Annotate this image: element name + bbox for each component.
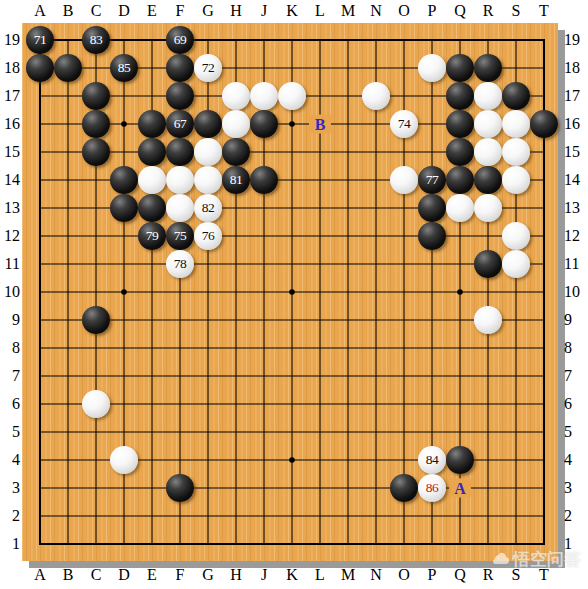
stone-black-P12 <box>418 222 446 250</box>
stone-black-J16 <box>250 110 278 138</box>
stone-black-O3 <box>390 474 418 502</box>
coord-label-top-O: O <box>390 1 418 21</box>
move-number: 81 <box>230 173 243 187</box>
star-point <box>289 289 295 295</box>
stone-black-Q15 <box>446 138 474 166</box>
stone-white-R16 <box>474 110 502 138</box>
coord-label-left-13: 13 <box>0 198 20 218</box>
coord-label-bottom-H: H <box>222 565 250 585</box>
stone-black-H14: 81 <box>222 166 250 194</box>
coord-label-right-1: 1 <box>564 534 588 554</box>
coord-label-top-P: P <box>418 1 446 21</box>
coord-label-right-13: 13 <box>564 198 588 218</box>
stone-white-G14 <box>194 166 222 194</box>
stone-white-P4: 84 <box>418 446 446 474</box>
stone-white-R15 <box>474 138 502 166</box>
stone-black-J14 <box>250 166 278 194</box>
coord-label-left-19: 19 <box>0 30 20 50</box>
stone-black-P14: 77 <box>418 166 446 194</box>
coord-label-bottom-T: T <box>530 565 558 585</box>
stone-black-G16 <box>194 110 222 138</box>
stone-black-F17 <box>166 82 194 110</box>
stone-white-G15 <box>194 138 222 166</box>
stone-black-F16: 67 <box>166 110 194 138</box>
coord-label-bottom-K: K <box>278 565 306 585</box>
stone-black-E13 <box>138 194 166 222</box>
coord-label-top-F: F <box>166 1 194 21</box>
point-label-B: B <box>309 115 331 134</box>
stone-black-C15 <box>82 138 110 166</box>
stone-white-C6 <box>82 390 110 418</box>
stone-white-D4 <box>110 446 138 474</box>
stone-black-D18: 85 <box>110 54 138 82</box>
stone-black-D14 <box>110 166 138 194</box>
coord-label-right-8: 8 <box>564 338 588 358</box>
coord-label-left-18: 18 <box>0 58 20 78</box>
coord-label-right-4: 4 <box>564 450 588 470</box>
stone-white-G18: 72 <box>194 54 222 82</box>
move-number: 74 <box>398 117 411 131</box>
star-point <box>289 457 295 463</box>
stone-black-R11 <box>474 250 502 278</box>
move-number: 79 <box>146 229 159 243</box>
coord-label-bottom-R: R <box>474 565 502 585</box>
stone-white-F13 <box>166 194 194 222</box>
coord-label-left-8: 8 <box>0 338 20 358</box>
coord-label-top-E: E <box>138 1 166 21</box>
stone-white-S15 <box>502 138 530 166</box>
stone-white-G13: 82 <box>194 194 222 222</box>
coord-label-top-M: M <box>334 1 362 21</box>
coord-label-top-S: S <box>502 1 530 21</box>
coord-label-right-10: 10 <box>564 282 588 302</box>
stone-white-S12 <box>502 222 530 250</box>
move-number: 71 <box>34 33 47 47</box>
stone-white-J17 <box>250 82 278 110</box>
move-number: 82 <box>202 201 215 215</box>
move-number: 67 <box>174 117 187 131</box>
coord-label-top-B: B <box>54 1 82 21</box>
stone-white-E14 <box>138 166 166 194</box>
coord-label-left-5: 5 <box>0 422 20 442</box>
move-number: 78 <box>174 257 187 271</box>
coord-label-bottom-O: O <box>390 565 418 585</box>
stone-black-D13 <box>110 194 138 222</box>
stone-black-A19: 71 <box>26 26 54 54</box>
coord-label-top-J: J <box>250 1 278 21</box>
coord-label-right-9: 9 <box>564 310 588 330</box>
stone-black-F18 <box>166 54 194 82</box>
stone-white-H16 <box>222 110 250 138</box>
coord-label-bottom-M: M <box>334 565 362 585</box>
coord-label-left-9: 9 <box>0 310 20 330</box>
coord-label-right-6: 6 <box>564 394 588 414</box>
stone-black-Q14 <box>446 166 474 194</box>
stone-black-F3 <box>166 474 194 502</box>
coord-label-left-14: 14 <box>0 170 20 190</box>
coord-label-right-17: 17 <box>564 86 588 106</box>
stone-white-S11 <box>502 250 530 278</box>
coord-label-bottom-L: L <box>306 565 334 585</box>
stone-black-A18 <box>26 54 54 82</box>
go-board: 71836985726774817782797576788486BA <box>22 23 558 561</box>
stone-black-F12: 75 <box>166 222 194 250</box>
stone-white-Q13 <box>446 194 474 222</box>
stone-black-C9 <box>82 306 110 334</box>
coord-label-left-10: 10 <box>0 282 20 302</box>
stone-black-Q16 <box>446 110 474 138</box>
stone-black-H15 <box>222 138 250 166</box>
stone-black-P13 <box>418 194 446 222</box>
stone-white-P3: 86 <box>418 474 446 502</box>
stone-white-R13 <box>474 194 502 222</box>
move-number: 75 <box>174 229 187 243</box>
stone-white-S14 <box>502 166 530 194</box>
stone-white-G12: 76 <box>194 222 222 250</box>
point-label-A: A <box>449 479 471 498</box>
coord-label-bottom-A: A <box>26 565 54 585</box>
coord-label-top-N: N <box>362 1 390 21</box>
stone-white-K17 <box>278 82 306 110</box>
move-number: 85 <box>118 61 131 75</box>
coord-label-top-D: D <box>110 1 138 21</box>
move-number: 77 <box>426 173 439 187</box>
move-number: 72 <box>202 61 215 75</box>
coord-label-bottom-Q: Q <box>446 565 474 585</box>
coord-label-bottom-E: E <box>138 565 166 585</box>
stone-black-B18 <box>54 54 82 82</box>
stone-black-R18 <box>474 54 502 82</box>
stone-white-O14 <box>390 166 418 194</box>
coord-label-left-2: 2 <box>0 506 20 526</box>
coord-label-right-12: 12 <box>564 226 588 246</box>
coord-label-left-12: 12 <box>0 226 20 246</box>
coord-label-right-7: 7 <box>564 366 588 386</box>
coord-label-left-3: 3 <box>0 478 20 498</box>
stone-black-Q4 <box>446 446 474 474</box>
stone-black-C19: 83 <box>82 26 110 54</box>
stone-black-F19: 69 <box>166 26 194 54</box>
coord-label-left-15: 15 <box>0 142 20 162</box>
coord-label-top-C: C <box>82 1 110 21</box>
stone-black-C16 <box>82 110 110 138</box>
stone-white-P18 <box>418 54 446 82</box>
coord-label-bottom-G: G <box>194 565 222 585</box>
coord-label-right-2: 2 <box>564 506 588 526</box>
coord-label-top-G: G <box>194 1 222 21</box>
stone-white-N17 <box>362 82 390 110</box>
coord-label-right-5: 5 <box>564 422 588 442</box>
stone-white-R17 <box>474 82 502 110</box>
coord-label-top-L: L <box>306 1 334 21</box>
stone-black-E15 <box>138 138 166 166</box>
stone-white-R9 <box>474 306 502 334</box>
move-number: 86 <box>426 481 439 495</box>
move-number: 84 <box>426 453 439 467</box>
star-point <box>121 121 127 127</box>
coord-label-bottom-J: J <box>250 565 278 585</box>
star-point <box>121 289 127 295</box>
coord-label-right-3: 3 <box>564 478 588 498</box>
coord-label-top-R: R <box>474 1 502 21</box>
coord-label-top-H: H <box>222 1 250 21</box>
coord-label-top-Q: Q <box>446 1 474 21</box>
coord-label-bottom-D: D <box>110 565 138 585</box>
coord-label-left-1: 1 <box>0 534 20 554</box>
star-point <box>457 289 463 295</box>
coord-label-left-11: 11 <box>0 254 20 274</box>
coord-label-left-16: 16 <box>0 114 20 134</box>
coord-label-right-19: 19 <box>564 30 588 50</box>
stone-black-Q17 <box>446 82 474 110</box>
stone-white-O16: 74 <box>390 110 418 138</box>
coord-label-top-K: K <box>278 1 306 21</box>
move-number: 69 <box>174 33 187 47</box>
coord-label-bottom-P: P <box>418 565 446 585</box>
coord-label-left-6: 6 <box>0 394 20 414</box>
coord-label-top-T: T <box>530 1 558 21</box>
stone-black-Q18 <box>446 54 474 82</box>
stone-black-E12: 79 <box>138 222 166 250</box>
stone-white-F14 <box>166 166 194 194</box>
coord-label-right-14: 14 <box>564 170 588 190</box>
coord-label-left-7: 7 <box>0 366 20 386</box>
move-number: 76 <box>202 229 215 243</box>
coord-label-left-17: 17 <box>0 86 20 106</box>
coord-label-right-18: 18 <box>564 58 588 78</box>
coord-label-bottom-N: N <box>362 565 390 585</box>
coord-label-right-11: 11 <box>564 254 588 274</box>
stone-black-C17 <box>82 82 110 110</box>
coord-label-bottom-S: S <box>502 565 530 585</box>
stone-black-R14 <box>474 166 502 194</box>
stone-black-E16 <box>138 110 166 138</box>
stone-black-T16 <box>530 110 558 138</box>
coord-label-bottom-F: F <box>166 565 194 585</box>
move-number: 83 <box>90 33 103 47</box>
stone-white-F11: 78 <box>166 250 194 278</box>
stone-white-H17 <box>222 82 250 110</box>
coord-label-top-A: A <box>26 1 54 21</box>
stone-black-S17 <box>502 82 530 110</box>
coord-label-left-4: 4 <box>0 450 20 470</box>
go-diagram-page: 71836985726774817782797576788486BA AABBC… <box>0 0 588 589</box>
coord-label-bottom-B: B <box>54 565 82 585</box>
star-point <box>289 121 295 127</box>
stone-white-S16 <box>502 110 530 138</box>
coord-label-bottom-C: C <box>82 565 110 585</box>
coord-label-right-15: 15 <box>564 142 588 162</box>
coord-label-right-16: 16 <box>564 114 588 134</box>
stone-black-F15 <box>166 138 194 166</box>
